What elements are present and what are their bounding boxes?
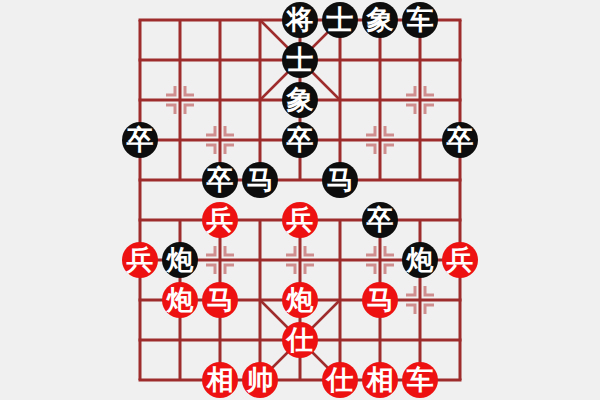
black-elephant[interactable]: 象 [362,2,398,38]
black-advisor[interactable]: 士 [282,42,318,78]
red-advisor[interactable]: 仕 [282,322,318,358]
pieces-layer: 将士象车士象卒卒卒卒马马卒炮炮兵兵兵兵炮马炮马仕相帅仕相车 [0,0,600,400]
black-elephant[interactable]: 象 [282,82,318,118]
red-cannon[interactable]: 炮 [162,282,198,318]
red-elephant[interactable]: 相 [202,362,238,398]
black-soldier[interactable]: 卒 [362,202,398,238]
black-chariot[interactable]: 车 [402,2,438,38]
black-soldier[interactable]: 卒 [202,162,238,198]
red-soldier[interactable]: 兵 [282,202,318,238]
red-soldier[interactable]: 兵 [202,202,238,238]
black-soldier[interactable]: 卒 [442,122,478,158]
red-advisor[interactable]: 仕 [322,362,358,398]
red-general[interactable]: 帅 [242,362,278,398]
black-horse[interactable]: 马 [322,162,358,198]
red-elephant[interactable]: 相 [362,362,398,398]
black-general[interactable]: 将 [282,2,318,38]
red-chariot[interactable]: 车 [402,362,438,398]
black-soldier[interactable]: 卒 [282,122,318,158]
red-soldier[interactable]: 兵 [442,242,478,278]
xiangqi-app: 将士象车士象卒卒卒卒马马卒炮炮兵兵兵兵炮马炮马仕相帅仕相车 [0,0,600,400]
red-soldier[interactable]: 兵 [122,242,158,278]
red-horse[interactable]: 马 [202,282,238,318]
red-horse[interactable]: 马 [362,282,398,318]
black-cannon[interactable]: 炮 [162,242,198,278]
black-horse[interactable]: 马 [242,162,278,198]
black-advisor[interactable]: 士 [322,2,358,38]
black-soldier[interactable]: 卒 [122,122,158,158]
black-cannon[interactable]: 炮 [402,242,438,278]
red-cannon[interactable]: 炮 [282,282,318,318]
